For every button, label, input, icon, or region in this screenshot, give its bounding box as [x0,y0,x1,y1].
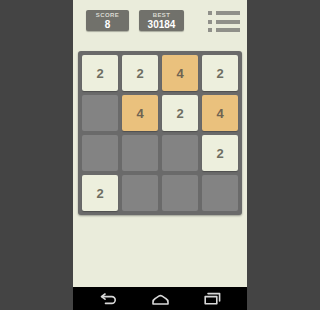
menu-row [208,28,240,32]
tile-4: 4 [202,95,238,131]
empty-cell [162,135,198,171]
empty-cell [122,135,158,171]
app-screen: SCORE 8 BEST 30184 224242422 [73,0,247,310]
tile-2: 2 [122,55,158,91]
recents-icon[interactable] [195,287,229,310]
score-label: SCORE [96,12,119,19]
board[interactable]: 224242422 [78,51,242,215]
best-value: 30184 [148,19,176,30]
tile-4: 4 [162,55,198,91]
tile-2: 2 [202,55,238,91]
empty-cell [202,175,238,211]
tile-4: 4 [122,95,158,131]
header: SCORE 8 BEST 30184 [86,10,240,32]
menu-list-icon[interactable] [208,11,240,32]
best-label: BEST [153,12,171,19]
home-icon[interactable] [143,287,177,310]
android-navbar [73,287,247,310]
menu-row [208,20,240,24]
tile-2: 2 [202,135,238,171]
score-box: SCORE 8 [86,10,129,31]
tile-2: 2 [82,175,118,211]
score-value: 8 [105,19,111,30]
empty-cell [162,175,198,211]
empty-cell [82,95,118,131]
best-box: BEST 30184 [139,10,184,31]
tile-2: 2 [162,95,198,131]
menu-row [208,11,240,15]
back-icon[interactable] [91,287,125,310]
empty-cell [82,135,118,171]
tile-2: 2 [82,55,118,91]
empty-cell [122,175,158,211]
